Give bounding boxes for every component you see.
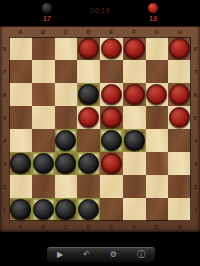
file-label: H (168, 221, 191, 232)
square-f1[interactable] (123, 198, 146, 221)
square-e6[interactable] (100, 83, 123, 106)
rank-label: 2 (0, 175, 9, 198)
black-piece (78, 153, 99, 174)
square-c6[interactable] (55, 83, 78, 106)
square-b3[interactable] (32, 152, 55, 175)
square-d6[interactable] (77, 83, 100, 106)
info-button[interactable]: ⓘ (137, 251, 145, 259)
red-piece (169, 38, 190, 59)
square-h4[interactable] (168, 129, 191, 152)
undo-button[interactable]: ↶ (83, 251, 90, 259)
black-piece (10, 153, 31, 174)
square-a8[interactable] (9, 37, 32, 60)
square-f3[interactable] (123, 152, 146, 175)
rank-label: 6 (0, 83, 9, 106)
red-piece (101, 38, 122, 59)
file-label: F (123, 221, 146, 232)
black-piece (55, 130, 76, 151)
file-label: H (168, 26, 191, 37)
square-h7[interactable] (168, 60, 191, 83)
file-label: D (77, 26, 100, 37)
square-c1[interactable] (55, 198, 78, 221)
play-icon: ▶ (57, 250, 63, 259)
file-label: A (9, 26, 32, 37)
square-h5[interactable] (168, 106, 191, 129)
black-piece (124, 130, 145, 151)
red-piece (169, 84, 190, 105)
square-g7[interactable] (146, 60, 169, 83)
square-g1[interactable] (146, 198, 169, 221)
info-icon: ⓘ (137, 250, 145, 259)
black-piece (33, 153, 54, 174)
square-e7[interactable] (100, 60, 123, 83)
square-d8[interactable] (77, 37, 100, 60)
rank-label: 4 (0, 129, 9, 152)
square-c7[interactable] (55, 60, 78, 83)
square-h8[interactable] (168, 37, 191, 60)
black-piece (55, 153, 76, 174)
square-a3[interactable] (9, 152, 32, 175)
red-piece (101, 84, 122, 105)
square-h2[interactable] (168, 175, 191, 198)
rank-label: 8 (191, 37, 200, 60)
file-label: F (123, 26, 146, 37)
square-h3[interactable] (168, 152, 191, 175)
settings-button[interactable]: ⚙ (110, 251, 117, 259)
red-piece (78, 38, 99, 59)
file-label: C (55, 221, 78, 232)
rank-label: 2 (191, 175, 200, 198)
rank-label: 3 (0, 152, 9, 175)
rank-label: 8 (0, 37, 9, 60)
square-b4[interactable] (32, 129, 55, 152)
rank-label: 6 (191, 83, 200, 106)
black-piece (78, 199, 99, 220)
square-g6[interactable] (146, 83, 169, 106)
square-b7[interactable] (32, 60, 55, 83)
square-e1[interactable] (100, 198, 123, 221)
black-piece (10, 199, 31, 220)
square-g3[interactable] (146, 152, 169, 175)
rank-label: 3 (191, 152, 200, 175)
square-g8[interactable] (146, 37, 169, 60)
settings-icon: ⚙ (110, 250, 117, 259)
square-a6[interactable] (9, 83, 32, 106)
black-piece (33, 199, 54, 220)
board-frame-corner (0, 26, 9, 37)
square-b2[interactable] (32, 175, 55, 198)
red-piece (101, 107, 122, 128)
rank-label: 5 (191, 106, 200, 129)
square-e4[interactable] (100, 129, 123, 152)
square-a7[interactable] (9, 60, 32, 83)
file-label: C (55, 26, 78, 37)
rank-label: 5 (0, 106, 9, 129)
file-label: G (146, 26, 169, 37)
file-label: G (146, 221, 169, 232)
red-piece (124, 38, 145, 59)
square-e3[interactable] (100, 152, 123, 175)
square-d1[interactable] (77, 198, 100, 221)
square-c3[interactable] (55, 152, 78, 175)
square-a5[interactable] (9, 106, 32, 129)
square-c5[interactable] (55, 106, 78, 129)
square-f2[interactable] (123, 175, 146, 198)
file-label: E (100, 221, 123, 232)
play-button[interactable]: ▶ (57, 251, 63, 259)
red-piece (101, 153, 122, 174)
square-b1[interactable] (32, 198, 55, 221)
square-f6[interactable] (123, 83, 146, 106)
file-label: B (32, 26, 55, 37)
board-frame-corner (191, 221, 200, 232)
rank-label: 1 (0, 198, 9, 221)
square-d7[interactable] (77, 60, 100, 83)
rank-label: 7 (0, 60, 9, 83)
red-piece (169, 107, 190, 128)
black-piece (78, 84, 99, 105)
square-d2[interactable] (77, 175, 100, 198)
rank-label: 1 (191, 198, 200, 221)
red-piece-icon (147, 2, 159, 14)
square-g2[interactable] (146, 175, 169, 198)
square-f5[interactable] (123, 106, 146, 129)
square-g5[interactable] (146, 106, 169, 129)
toolbar: ▶↶⚙ⓘ (46, 246, 156, 263)
square-d4[interactable] (77, 129, 100, 152)
black-score: 17 (43, 15, 51, 22)
file-label: D (77, 221, 100, 232)
file-label: E (100, 26, 123, 37)
red-piece (146, 84, 167, 105)
red-score: 13 (149, 15, 157, 22)
square-a1[interactable] (9, 198, 32, 221)
square-e8[interactable] (100, 37, 123, 60)
square-d3[interactable] (77, 152, 100, 175)
square-c4[interactable] (55, 129, 78, 152)
square-b6[interactable] (32, 83, 55, 106)
red-score-group: 13 (142, 2, 164, 22)
game-timer: 00:19 (0, 7, 200, 14)
square-c8[interactable] (55, 37, 78, 60)
square-b8[interactable] (32, 37, 55, 60)
square-f7[interactable] (123, 60, 146, 83)
square-h1[interactable] (168, 198, 191, 221)
red-piece (78, 107, 99, 128)
file-label: B (32, 221, 55, 232)
square-a4[interactable] (9, 129, 32, 152)
undo-icon: ↶ (83, 250, 90, 259)
square-b5[interactable] (32, 106, 55, 129)
black-piece (101, 130, 122, 151)
square-h6[interactable] (168, 83, 191, 106)
red-piece (124, 84, 145, 105)
square-c2[interactable] (55, 175, 78, 198)
square-e5[interactable] (100, 106, 123, 129)
file-label: A (9, 221, 32, 232)
black-piece (55, 199, 76, 220)
board-frame-corner (0, 221, 9, 232)
square-a2[interactable] (9, 175, 32, 198)
status-bar: 17 00:19 13 (0, 0, 200, 26)
board-frame-corner (191, 26, 200, 37)
square-f8[interactable] (123, 37, 146, 60)
square-e2[interactable] (100, 175, 123, 198)
square-d5[interactable] (77, 106, 100, 129)
board: ABCDEFGH8877665544332211ABCDEFGH (0, 26, 200, 232)
rank-label: 4 (191, 129, 200, 152)
square-g4[interactable] (146, 129, 169, 152)
square-f4[interactable] (123, 129, 146, 152)
rank-label: 7 (191, 60, 200, 83)
